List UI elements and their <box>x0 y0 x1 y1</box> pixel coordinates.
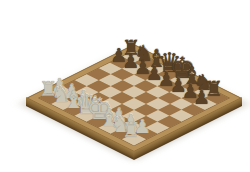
piece-white-rook[interactable]: ♜ <box>122 121 139 141</box>
piece-black-pawn[interactable]: ♟ <box>193 88 210 106</box>
board-frame: ♜♞♝♛♚♝♞♜♟♟♟♟♟♟♟♟♟♟♟♟♟♟♟♟♜♞♝♛♚♝♞♜ <box>27 44 242 151</box>
chess-set-photo: ♜♞♝♛♚♝♞♜♟♟♟♟♟♟♟♟♟♟♟♟♟♟♟♟♜♞♝♛♚♝♞♜ <box>0 0 250 172</box>
chess-board: ♜♞♝♛♚♝♞♜♟♟♟♟♟♟♟♟♟♟♟♟♟♟♟♟♜♞♝♛♚♝♞♜ <box>27 44 242 151</box>
chess-board-squares: ♜♞♝♛♚♝♞♜♟♟♟♟♟♟♟♟♟♟♟♟♟♟♟♟♜♞♝♛♚♝♞♜ <box>38 50 230 146</box>
